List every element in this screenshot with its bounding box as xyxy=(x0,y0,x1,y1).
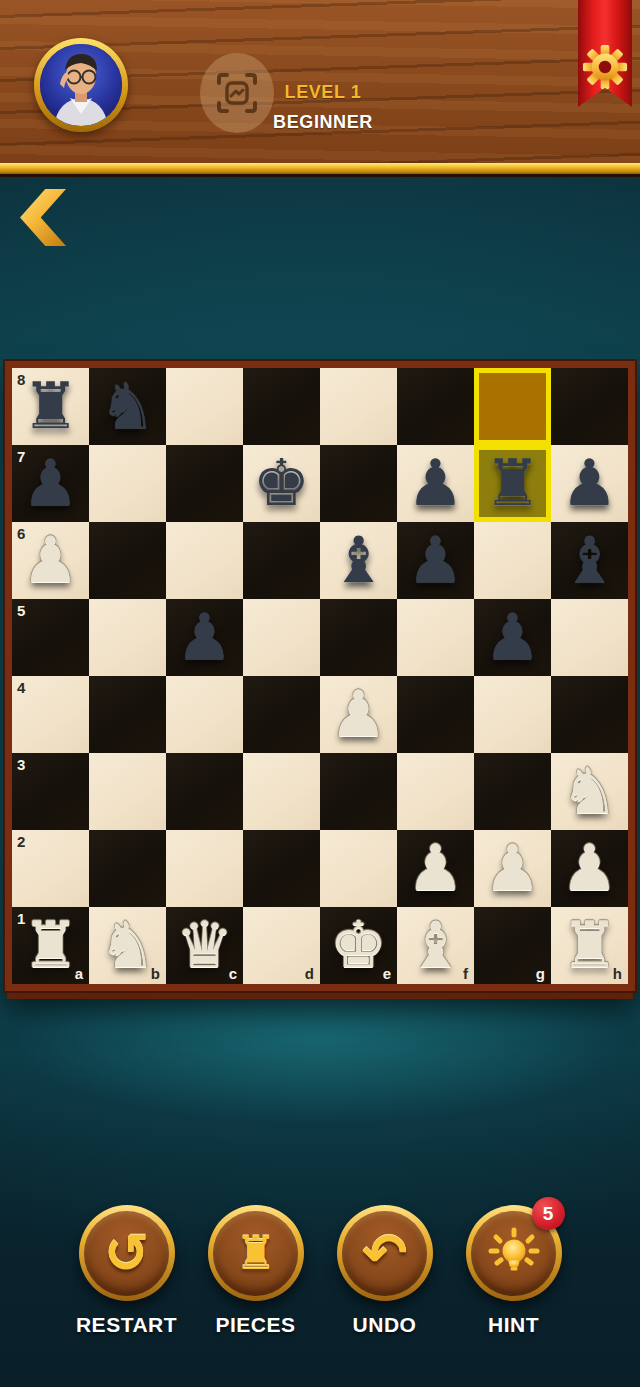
restart-button-face: ↺ xyxy=(84,1211,169,1296)
square-b2[interactable] xyxy=(89,830,166,907)
level-title: LEVEL 1 xyxy=(248,82,398,103)
white-pawn[interactable]: ♟ xyxy=(551,830,628,907)
hint-tool: 5 HINT xyxy=(464,1205,564,1337)
undo-arrow-icon: ↶ xyxy=(362,1222,407,1285)
square-c7[interactable] xyxy=(166,445,243,522)
black-rook[interactable]: ♜ xyxy=(474,445,551,522)
square-e7[interactable] xyxy=(320,445,397,522)
white-rook[interactable]: ♜ xyxy=(551,907,628,984)
chess-app-screen: LEVEL 1 BEGINNER xyxy=(0,0,640,1387)
square-h6[interactable]: ♝ xyxy=(551,522,628,599)
restart-tool: ↺ RESTART xyxy=(77,1205,177,1337)
square-c4[interactable] xyxy=(166,676,243,753)
square-b5[interactable] xyxy=(89,599,166,676)
black-pawn[interactable]: ♟ xyxy=(397,522,474,599)
gear-icon xyxy=(582,44,628,90)
square-h5[interactable] xyxy=(551,599,628,676)
white-knight[interactable]: ♞ xyxy=(551,753,628,830)
undo-button-face: ↶ xyxy=(342,1211,427,1296)
square-a2[interactable]: 2 xyxy=(12,830,89,907)
square-h1[interactable]: h♜ xyxy=(551,907,628,984)
difficulty-label: BEGINNER xyxy=(248,112,398,133)
square-d6[interactable] xyxy=(243,522,320,599)
rank-label-3: 3 xyxy=(17,757,25,772)
square-d2[interactable] xyxy=(243,830,320,907)
square-f2[interactable]: ♟ xyxy=(397,830,474,907)
white-pawn[interactable]: ♟ xyxy=(320,676,397,753)
hint-button[interactable]: 5 xyxy=(466,1205,562,1301)
square-e4[interactable]: ♟ xyxy=(320,676,397,753)
square-a6[interactable]: 6♟ xyxy=(12,522,89,599)
white-king[interactable]: ♚ xyxy=(320,907,397,984)
square-b7[interactable] xyxy=(89,445,166,522)
toolbar: ↺ RESTART ♜ PIECES ↶ UNDO xyxy=(0,1205,640,1337)
lightbulb-icon xyxy=(488,1227,540,1279)
square-a1[interactable]: 1a♜ xyxy=(12,907,89,984)
white-queen[interactable]: ♛ xyxy=(166,907,243,984)
pieces-tool: ♜ PIECES xyxy=(206,1205,306,1337)
undo-tool: ↶ UNDO xyxy=(335,1205,435,1337)
square-h3[interactable]: ♞ xyxy=(551,753,628,830)
white-pawn[interactable]: ♟ xyxy=(474,830,551,907)
square-g3[interactable] xyxy=(474,753,551,830)
square-a8[interactable]: 8♜ xyxy=(12,368,89,445)
square-d3[interactable] xyxy=(243,753,320,830)
square-d5[interactable] xyxy=(243,599,320,676)
board-frame: 8♜♞7♟♚♟♜♟6♟♝♟♝5♟♟4♟3♞2♟♟♟1a♜b♞c♛de♚f♝gh♜ xyxy=(5,361,635,991)
black-pawn[interactable]: ♟ xyxy=(551,445,628,522)
black-king[interactable]: ♚ xyxy=(243,445,320,522)
square-b4[interactable] xyxy=(89,676,166,753)
pieces-label: PIECES xyxy=(215,1313,295,1337)
file-label-g: g xyxy=(536,966,545,981)
avatar[interactable] xyxy=(34,38,128,132)
square-d1[interactable]: d xyxy=(243,907,320,984)
square-f1[interactable]: f♝ xyxy=(397,907,474,984)
square-c2[interactable] xyxy=(166,830,243,907)
undo-button[interactable]: ↶ xyxy=(337,1205,433,1301)
white-bishop[interactable]: ♝ xyxy=(397,907,474,984)
file-label-d: d xyxy=(305,966,314,981)
black-pawn[interactable]: ♟ xyxy=(474,599,551,676)
square-f7[interactable]: ♟ xyxy=(397,445,474,522)
rank-label-4: 4 xyxy=(17,680,25,695)
square-c3[interactable] xyxy=(166,753,243,830)
avatar-image xyxy=(40,44,122,126)
level-block: LEVEL 1 BEGINNER xyxy=(248,82,398,133)
square-a7[interactable]: 7♟ xyxy=(12,445,89,522)
square-g4[interactable] xyxy=(474,676,551,753)
square-d4[interactable] xyxy=(243,676,320,753)
square-e3[interactable] xyxy=(320,753,397,830)
square-g2[interactable]: ♟ xyxy=(474,830,551,907)
square-f8[interactable] xyxy=(397,368,474,445)
restart-button[interactable]: ↺ xyxy=(79,1205,175,1301)
restart-arrow-icon: ↺ xyxy=(104,1222,149,1285)
square-g8[interactable] xyxy=(474,368,551,445)
square-f5[interactable] xyxy=(397,599,474,676)
square-g1[interactable]: g xyxy=(474,907,551,984)
white-knight[interactable]: ♞ xyxy=(89,907,166,984)
black-rook[interactable]: ♜ xyxy=(12,368,89,445)
square-b8[interactable]: ♞ xyxy=(89,368,166,445)
hint-label: HINT xyxy=(488,1313,539,1337)
square-g6[interactable] xyxy=(474,522,551,599)
square-f3[interactable] xyxy=(397,753,474,830)
hint-count-badge: 5 xyxy=(532,1197,565,1230)
square-e2[interactable] xyxy=(320,830,397,907)
white-rook[interactable]: ♜ xyxy=(12,907,89,984)
square-c5[interactable]: ♟ xyxy=(166,599,243,676)
black-bishop[interactable]: ♝ xyxy=(551,522,628,599)
square-e1[interactable]: e♚ xyxy=(320,907,397,984)
white-pawn[interactable]: ♟ xyxy=(397,830,474,907)
black-knight[interactable]: ♞ xyxy=(89,368,166,445)
square-d8[interactable] xyxy=(243,368,320,445)
square-a3[interactable]: 3 xyxy=(12,753,89,830)
square-c8[interactable] xyxy=(166,368,243,445)
square-b1[interactable]: b♞ xyxy=(89,907,166,984)
rank-label-2: 2 xyxy=(17,834,25,849)
black-pawn[interactable]: ♟ xyxy=(12,445,89,522)
square-a5[interactable]: 5 xyxy=(12,599,89,676)
square-b6[interactable] xyxy=(89,522,166,599)
pieces-button-face: ♜ xyxy=(213,1211,298,1296)
black-pawn[interactable]: ♟ xyxy=(397,445,474,522)
back-button[interactable] xyxy=(20,189,66,246)
pieces-button[interactable]: ♜ xyxy=(208,1205,304,1301)
square-g5[interactable]: ♟ xyxy=(474,599,551,676)
square-e5[interactable] xyxy=(320,599,397,676)
white-pawn[interactable]: ♟ xyxy=(12,522,89,599)
square-f6[interactable]: ♟ xyxy=(397,522,474,599)
square-e8[interactable] xyxy=(320,368,397,445)
square-h7[interactable]: ♟ xyxy=(551,445,628,522)
square-g7[interactable]: ♜ xyxy=(474,445,551,522)
square-h2[interactable]: ♟ xyxy=(551,830,628,907)
square-h4[interactable] xyxy=(551,676,628,753)
black-pawn[interactable]: ♟ xyxy=(166,599,243,676)
square-b3[interactable] xyxy=(89,753,166,830)
rank-label-5: 5 xyxy=(17,603,25,618)
chess-board: 8♜♞7♟♚♟♜♟6♟♝♟♝5♟♟4♟3♞2♟♟♟1a♜b♞c♛de♚f♝gh♜ xyxy=(12,368,628,984)
square-c6[interactable] xyxy=(166,522,243,599)
undo-label: UNDO xyxy=(353,1313,417,1337)
restart-label: RESTART xyxy=(76,1313,177,1337)
square-f4[interactable] xyxy=(397,676,474,753)
square-c1[interactable]: c♛ xyxy=(166,907,243,984)
square-e6[interactable]: ♝ xyxy=(320,522,397,599)
header-gold-strip xyxy=(0,163,640,177)
black-bishop[interactable]: ♝ xyxy=(320,522,397,599)
square-d7[interactable]: ♚ xyxy=(243,445,320,522)
square-a4[interactable]: 4 xyxy=(12,676,89,753)
square-h8[interactable] xyxy=(551,368,628,445)
rook-icon: ♜ xyxy=(235,1226,276,1280)
